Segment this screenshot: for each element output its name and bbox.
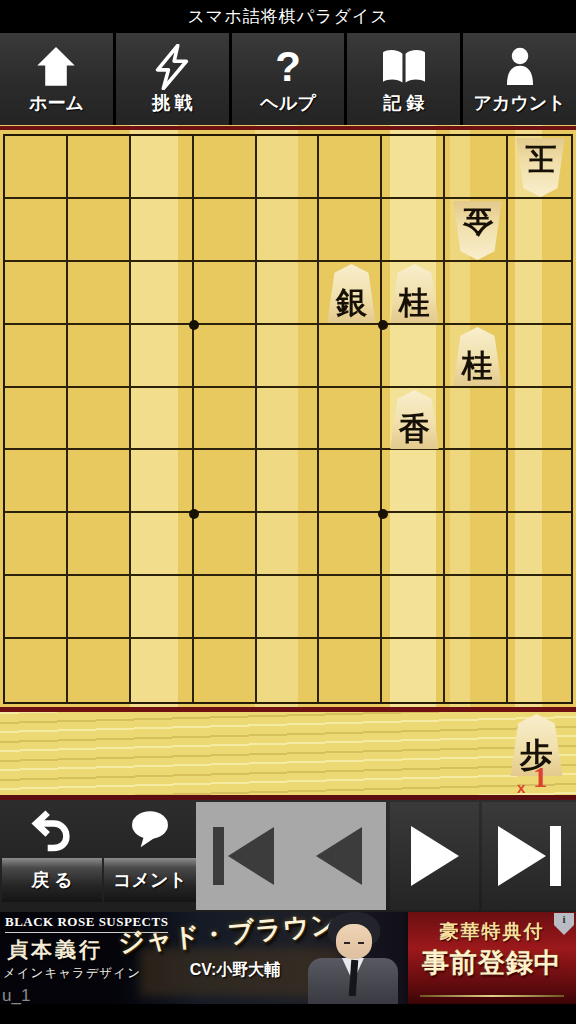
nav-account-button[interactable]: アカウント <box>463 33 576 125</box>
person-icon <box>498 44 542 90</box>
nav-home-button[interactable]: ホーム <box>0 33 113 125</box>
hand-count-number: 1 <box>533 761 548 794</box>
ad-designer-name: 貞本義行 <box>7 936 103 964</box>
shogi-piece-knight[interactable]: 桂 <box>450 327 505 386</box>
footer-strip <box>0 1004 576 1024</box>
shogi-piece-king[interactable]: 玉 <box>513 138 568 197</box>
back-button[interactable]: 戻 る <box>2 804 102 908</box>
playback-last-button[interactable] <box>482 802 576 910</box>
shogi-piece-lance[interactable]: 香 <box>387 390 442 449</box>
shogi-board: 玉金銀桂桂香 <box>3 134 573 704</box>
navbar: ホーム 挑 戦 ? ヘルプ 記 録 <box>0 33 576 125</box>
ad-character-portrait <box>300 912 406 1004</box>
shogi-piece-knight[interactable]: 桂 <box>387 264 442 323</box>
shogi-piece-gold[interactable]: 金 <box>450 201 505 260</box>
shogi-piece-silver[interactable]: 銀 <box>324 264 379 323</box>
app-screen: スマホ詰将棋パラダイス ホーム 挑 戦 ? ヘルプ <box>0 0 576 1024</box>
hand-count-times: x <box>517 779 525 796</box>
ad-banner[interactable]: BLACK ROSE SUSPECTS 貞本義行 メインキャラデザイン ジャド・… <box>0 912 576 1004</box>
speech-bubble-icon <box>127 804 173 856</box>
nav-challenge-label: 挑 戦 <box>152 91 193 115</box>
nav-account-label: アカウント <box>474 91 566 115</box>
home-icon <box>33 44 79 90</box>
playback-prev-button[interactable] <box>291 802 386 910</box>
playback-disabled-group <box>196 802 386 910</box>
book-icon <box>379 44 429 90</box>
nav-record-button[interactable]: 記 録 <box>347 33 460 125</box>
last-move-icon <box>498 826 546 886</box>
ad-promo-line2: 事前登録中 <box>408 945 576 981</box>
ad-promo-panel: 豪華特典付 事前登録中 <box>408 912 576 1004</box>
nav-record-label: 記 録 <box>383 91 424 115</box>
undo-arrow-icon <box>29 804 75 856</box>
nav-help-button[interactable]: ? ヘルプ <box>232 33 345 125</box>
playback-next-button[interactable] <box>390 802 479 910</box>
footer-text: u_1 <box>2 986 30 1006</box>
prev-move-icon <box>316 827 362 885</box>
back-label: 戻 る <box>31 868 72 892</box>
title-bar: スマホ詰将棋パラダイス <box>0 0 576 33</box>
nav-home-label: ホーム <box>29 91 84 115</box>
nav-challenge-button[interactable]: 挑 戦 <box>116 33 229 125</box>
comment-label-panel: コメント <box>104 858 196 902</box>
piece-layer: 玉金銀桂桂香 <box>5 136 571 702</box>
ad-voice-actor: CV:小野大輔 <box>160 960 310 981</box>
board-zone: 玉金銀桂桂香 歩 x 1 <box>0 125 576 800</box>
komadai-sente-hand <box>0 712 576 795</box>
nav-help-label: ヘルプ <box>260 91 315 115</box>
control-bar: 戻 る コメント <box>0 800 576 912</box>
comment-label: コメント <box>113 868 187 892</box>
ad-promo-line1: 豪華特典付 <box>408 919 576 945</box>
next-move-icon <box>411 826 459 886</box>
comment-button[interactable]: コメント <box>104 804 196 908</box>
separator-top <box>0 126 576 130</box>
question-icon: ? <box>275 44 301 90</box>
playback-first-button[interactable] <box>196 802 291 910</box>
lightning-icon <box>149 44 195 90</box>
ad-designer-role: メインキャラデザイン <box>3 965 141 982</box>
back-label-panel: 戻 る <box>2 858 102 902</box>
app-title: スマホ詰将棋パラダイス <box>187 5 388 28</box>
first-move-icon <box>213 827 224 885</box>
